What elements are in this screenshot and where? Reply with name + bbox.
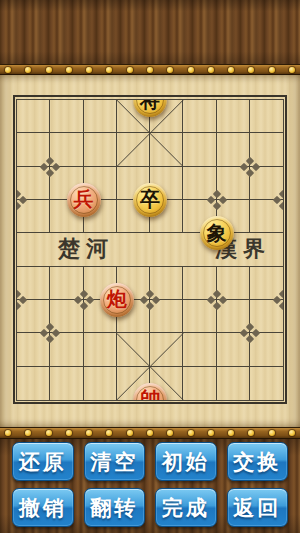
stud-icon — [25, 430, 31, 436]
star-point-marker — [208, 291, 226, 309]
stud-icon — [167, 67, 173, 73]
star-petal — [46, 335, 54, 343]
button-row-2: 撤销翻转完成返回 — [0, 488, 300, 527]
star-petal — [279, 302, 283, 310]
top-wood-frame — [0, 0, 300, 64]
initial-button[interactable]: 初始 — [155, 442, 217, 481]
star-point-marker — [17, 191, 26, 209]
button-row-1: 还原清空初始交换 — [0, 442, 300, 481]
stud-icon — [127, 430, 133, 436]
star-petal — [52, 162, 60, 170]
piece-red-soldier[interactable]: 兵 — [67, 183, 101, 217]
piece-black-soldier[interactable]: 卒 — [133, 183, 167, 217]
stud-band-bottom — [0, 427, 300, 439]
star-petal — [17, 302, 21, 310]
stud-icon — [248, 67, 254, 73]
piece-black-elephant[interactable]: 象 — [200, 216, 234, 250]
board-overlay: 楚河 漢界 将兵卒象炮帥 — [17, 100, 283, 400]
star-petal — [206, 296, 214, 304]
stud-icon — [289, 430, 295, 436]
stud-icon — [269, 67, 275, 73]
stud-icon — [248, 430, 254, 436]
stud-icon — [46, 67, 52, 73]
star-petal — [218, 296, 226, 304]
river-label-chu-he: 楚河 — [58, 233, 114, 265]
stud-icon — [66, 67, 72, 73]
star-petal — [279, 290, 283, 298]
stud-icon — [25, 67, 31, 73]
star-petal — [152, 296, 160, 304]
star-petal — [146, 302, 154, 310]
star-petal — [19, 296, 27, 304]
star-petal — [17, 202, 21, 210]
star-point-marker — [75, 291, 93, 309]
star-petal — [252, 162, 260, 170]
stud-icon — [228, 67, 234, 73]
star-petal — [279, 190, 283, 198]
stud-icon — [188, 67, 194, 73]
star-petal — [79, 302, 87, 310]
stud-icon — [208, 430, 214, 436]
star-petal — [218, 196, 226, 204]
stud-icon — [5, 430, 11, 436]
app-window: 楚河 漢界 将兵卒象炮帥 还原清空初始交换 撤销翻转完成返回 — [0, 0, 300, 533]
stud-icon — [5, 67, 11, 73]
stud-icon — [188, 430, 194, 436]
stud-icon — [147, 430, 153, 436]
star-petal — [212, 190, 220, 198]
stud-icon — [106, 430, 112, 436]
star-point-marker — [274, 291, 283, 309]
star-point-marker — [41, 158, 59, 176]
star-point-marker — [17, 291, 26, 309]
stud-icon — [86, 67, 92, 73]
star-point-marker — [208, 191, 226, 209]
flip-button[interactable]: 翻转 — [84, 488, 146, 527]
undo-button[interactable]: 撤销 — [12, 488, 74, 527]
stud-icon — [127, 67, 133, 73]
star-petal — [85, 296, 93, 304]
stud-icon — [86, 430, 92, 436]
star-point-marker — [41, 324, 59, 342]
star-petal — [206, 196, 214, 204]
star-petal — [19, 196, 27, 204]
star-petal — [46, 168, 54, 176]
star-petal — [252, 329, 260, 337]
stud-icon — [167, 430, 173, 436]
star-petal — [246, 168, 254, 176]
back-button[interactable]: 返回 — [227, 488, 289, 527]
piece-red-cannon[interactable]: 炮 — [100, 283, 134, 317]
done-button[interactable]: 完成 — [155, 488, 217, 527]
star-petal — [246, 335, 254, 343]
star-petal — [246, 156, 254, 164]
stud-icon — [46, 430, 52, 436]
star-petal — [79, 290, 87, 298]
star-point-marker — [141, 291, 159, 309]
star-petal — [212, 290, 220, 298]
star-petal — [73, 296, 81, 304]
clear-button[interactable]: 清空 — [84, 442, 146, 481]
star-petal — [279, 202, 283, 210]
stud-icon — [289, 67, 295, 73]
star-petal — [212, 202, 220, 210]
stud-icon — [147, 67, 153, 73]
star-petal — [240, 162, 248, 170]
control-panel: 还原清空初始交换 撤销翻转完成返回 — [0, 439, 300, 533]
star-point-marker — [274, 191, 283, 209]
stud-icon — [269, 430, 275, 436]
star-petal — [212, 302, 220, 310]
stud-icon — [106, 67, 112, 73]
stud-icon — [208, 67, 214, 73]
stud-icon — [228, 430, 234, 436]
stud-icon — [66, 430, 72, 436]
restore-button[interactable]: 还原 — [12, 442, 74, 481]
star-point-marker — [241, 324, 259, 342]
swap-button[interactable]: 交换 — [227, 442, 289, 481]
star-point-marker — [241, 158, 259, 176]
star-petal — [52, 329, 60, 337]
stud-band-top — [0, 64, 300, 75]
board-panel: 楚河 漢界 将兵卒象炮帥 — [0, 75, 300, 427]
